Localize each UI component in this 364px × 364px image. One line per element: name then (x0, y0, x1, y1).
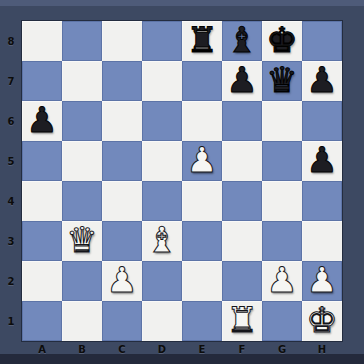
square-e1[interactable] (182, 301, 222, 341)
piece-white-pawn: ♟ (266, 260, 297, 300)
square-f7[interactable]: ♟ (222, 61, 262, 101)
rank-label-2: 2 (0, 261, 22, 301)
square-c2[interactable]: ♟ (102, 261, 142, 301)
square-d8[interactable] (142, 21, 182, 61)
square-c3[interactable] (102, 221, 142, 261)
square-e4[interactable] (182, 181, 222, 221)
square-d1[interactable] (142, 301, 182, 341)
square-b3[interactable]: ♛ (62, 221, 102, 261)
square-h7[interactable]: ♟ (302, 61, 342, 101)
square-g6[interactable] (262, 101, 302, 141)
rank-label-6: 6 (0, 101, 22, 141)
square-a5[interactable] (22, 141, 62, 181)
square-a3[interactable] (22, 221, 62, 261)
piece-white-pawn: ♟ (306, 260, 337, 300)
square-h5[interactable]: ♟ (302, 141, 342, 181)
square-f3[interactable] (222, 221, 262, 261)
square-e5[interactable]: ♟ (182, 141, 222, 181)
file-label-g: G (262, 341, 302, 358)
square-f4[interactable] (222, 181, 262, 221)
piece-black-pawn: ♟ (26, 100, 57, 140)
square-a6[interactable]: ♟ (22, 101, 62, 141)
square-h1[interactable]: ♚ (302, 301, 342, 341)
square-h3[interactable] (302, 221, 342, 261)
square-a8[interactable] (22, 21, 62, 61)
square-c5[interactable] (102, 141, 142, 181)
square-e8[interactable]: ♜ (182, 21, 222, 61)
piece-white-queen: ♛ (66, 220, 97, 260)
piece-black-pawn: ♟ (306, 60, 337, 100)
square-f6[interactable] (222, 101, 262, 141)
square-e2[interactable] (182, 261, 222, 301)
square-d7[interactable] (142, 61, 182, 101)
square-c8[interactable] (102, 21, 142, 61)
rank-label-4: 4 (0, 181, 22, 221)
square-e7[interactable] (182, 61, 222, 101)
square-g2[interactable]: ♟ (262, 261, 302, 301)
square-a7[interactable] (22, 61, 62, 101)
rank-label-5: 5 (0, 141, 22, 181)
rank-labels: 87654321 (0, 21, 22, 341)
square-b6[interactable] (62, 101, 102, 141)
file-label-d: D (142, 341, 182, 358)
file-label-f: F (222, 341, 262, 358)
square-a1[interactable] (22, 301, 62, 341)
square-c7[interactable] (102, 61, 142, 101)
square-d2[interactable] (142, 261, 182, 301)
piece-black-bishop: ♝ (226, 20, 257, 60)
square-h4[interactable] (302, 181, 342, 221)
square-g1[interactable] (262, 301, 302, 341)
rank-label-8: 8 (0, 21, 22, 61)
square-b2[interactable] (62, 261, 102, 301)
piece-black-queen: ♛ (266, 60, 297, 100)
file-label-e: E (182, 341, 222, 358)
square-g3[interactable] (262, 221, 302, 261)
rank-label-3: 3 (0, 221, 22, 261)
file-label-c: C (102, 341, 142, 358)
square-g7[interactable]: ♛ (262, 61, 302, 101)
square-c1[interactable] (102, 301, 142, 341)
rank-label-7: 7 (0, 61, 22, 101)
piece-white-pawn: ♟ (186, 140, 217, 180)
square-g5[interactable] (262, 141, 302, 181)
square-g8[interactable]: ♚ (262, 21, 302, 61)
square-f2[interactable] (222, 261, 262, 301)
piece-white-king: ♚ (306, 300, 337, 340)
file-label-a: A (22, 341, 62, 358)
chess-board: ♜♝♚♟♛♟♟♟♟♛♝♟♟♟♜♚ (22, 21, 342, 341)
square-c4[interactable] (102, 181, 142, 221)
piece-white-pawn: ♟ (106, 260, 137, 300)
square-a2[interactable] (22, 261, 62, 301)
piece-black-pawn: ♟ (226, 60, 257, 100)
square-b5[interactable] (62, 141, 102, 181)
square-b7[interactable] (62, 61, 102, 101)
square-f8[interactable]: ♝ (222, 21, 262, 61)
square-b4[interactable] (62, 181, 102, 221)
piece-black-rook: ♜ (186, 20, 217, 60)
piece-black-king: ♚ (266, 20, 297, 60)
square-g4[interactable] (262, 181, 302, 221)
file-label-b: B (62, 341, 102, 358)
square-d5[interactable] (142, 141, 182, 181)
square-d4[interactable] (142, 181, 182, 221)
square-h2[interactable]: ♟ (302, 261, 342, 301)
square-b1[interactable] (62, 301, 102, 341)
square-e6[interactable] (182, 101, 222, 141)
square-h6[interactable] (302, 101, 342, 141)
piece-white-bishop: ♝ (146, 220, 177, 260)
square-h8[interactable] (302, 21, 342, 61)
square-d3[interactable]: ♝ (142, 221, 182, 261)
square-e3[interactable] (182, 221, 222, 261)
file-labels: ABCDEFGH (22, 341, 342, 358)
square-f5[interactable] (222, 141, 262, 181)
chess-diagram: 87654321 ♜♝♚♟♛♟♟♟♟♛♝♟♟♟♜♚ ABCDEFGH (0, 0, 364, 364)
piece-black-pawn: ♟ (306, 140, 337, 180)
rank-label-1: 1 (0, 301, 22, 341)
file-label-h: H (302, 341, 342, 358)
square-f1[interactable]: ♜ (222, 301, 262, 341)
piece-white-rook: ♜ (226, 300, 257, 340)
square-b8[interactable] (62, 21, 102, 61)
square-c6[interactable] (102, 101, 142, 141)
square-d6[interactable] (142, 101, 182, 141)
square-a4[interactable] (22, 181, 62, 221)
